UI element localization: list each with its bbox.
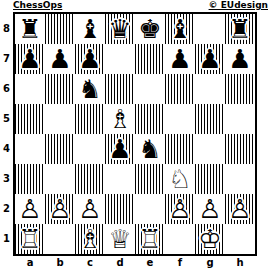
chess-board: ♜♜♝♝♛♛♚♚♝♝♜♜♟♟♟♟♟♟♟♟♟♟♟♟♞♞♝♗♟♟♞♞♞♘♟♙♟♙♟♙… <box>13 12 257 256</box>
square-c5[interactable] <box>75 104 105 134</box>
black-pawn-piece[interactable]: ♟ <box>225 44 255 74</box>
square-g6[interactable] <box>195 74 225 104</box>
square-e8[interactable]: ♚♚ <box>135 14 165 44</box>
piece-halo: ♟ <box>45 194 75 224</box>
square-h8[interactable]: ♜♜ <box>225 14 255 44</box>
square-a2[interactable]: ♟♙ <box>15 194 45 224</box>
white-bishop-piece[interactable]: ♗ <box>105 104 135 134</box>
black-pawn-piece[interactable]: ♟ <box>15 44 45 74</box>
black-bishop-piece[interactable]: ♝ <box>75 14 105 44</box>
square-h5[interactable] <box>225 104 255 134</box>
black-rook-piece[interactable]: ♜ <box>15 14 45 44</box>
square-b2[interactable]: ♟♙ <box>45 194 75 224</box>
white-pawn-piece[interactable]: ♙ <box>15 194 45 224</box>
square-f8[interactable]: ♝♝ <box>165 14 195 44</box>
piece-halo: ♛ <box>105 14 135 44</box>
square-f7[interactable]: ♟♟ <box>165 44 195 74</box>
square-e4[interactable]: ♞♞ <box>135 134 165 164</box>
black-queen-piece[interactable]: ♛ <box>105 14 135 44</box>
piece-halo: ♞ <box>165 164 195 194</box>
square-c6[interactable]: ♞♞ <box>75 74 105 104</box>
square-d1[interactable]: ♛♕ <box>105 224 135 254</box>
square-g2[interactable]: ♟♙ <box>195 194 225 224</box>
square-h7[interactable]: ♟♟ <box>225 44 255 74</box>
square-e6[interactable] <box>135 74 165 104</box>
square-h6[interactable] <box>225 74 255 104</box>
credit-link[interactable]: © EUdesign <box>209 0 268 11</box>
square-g7[interactable]: ♟♟ <box>195 44 225 74</box>
piece-halo: ♞ <box>135 134 165 164</box>
square-d7[interactable] <box>105 44 135 74</box>
file-label: f <box>165 256 195 270</box>
file-label: g <box>195 256 225 270</box>
square-h3[interactable] <box>225 164 255 194</box>
rank-label: 3 <box>0 164 13 194</box>
piece-halo: ♟ <box>195 44 225 74</box>
piece-halo: ♟ <box>75 194 105 224</box>
black-pawn-piece[interactable]: ♟ <box>195 44 225 74</box>
board-area: 87654321 ♜♜♝♝♛♛♚♚♝♝♜♜♟♟♟♟♟♟♟♟♟♟♟♟♞♞♝♗♟♟♞… <box>0 12 270 256</box>
black-knight-piece[interactable]: ♞ <box>75 74 105 104</box>
piece-halo: ♟ <box>15 194 45 224</box>
white-pawn-piece[interactable]: ♙ <box>45 194 75 224</box>
square-c7[interactable]: ♟♟ <box>75 44 105 74</box>
piece-halo: ♜ <box>225 14 255 44</box>
black-bishop-piece[interactable]: ♝ <box>165 14 195 44</box>
rank-label: 5 <box>0 104 13 134</box>
square-a5[interactable] <box>15 104 45 134</box>
piece-halo: ♜ <box>15 14 45 44</box>
rank-labels: 87654321 <box>0 14 13 254</box>
white-bishop-piece[interactable]: ♗ <box>75 224 105 254</box>
white-pawn-piece[interactable]: ♙ <box>225 194 255 224</box>
rank-label: 1 <box>0 224 13 254</box>
square-e2[interactable] <box>135 194 165 224</box>
white-pawn-piece[interactable]: ♙ <box>165 194 195 224</box>
square-d5[interactable]: ♝♗ <box>105 104 135 134</box>
square-a3[interactable] <box>15 164 45 194</box>
file-label: a <box>15 256 45 270</box>
piece-halo: ♟ <box>165 44 195 74</box>
square-e5[interactable] <box>135 104 165 134</box>
piece-halo: ♝ <box>75 14 105 44</box>
piece-halo: ♟ <box>105 134 135 164</box>
piece-halo: ♛ <box>105 224 135 254</box>
titlebar: ChessOps © EUdesign <box>0 0 270 12</box>
square-d6[interactable] <box>105 74 135 104</box>
square-b3[interactable] <box>45 164 75 194</box>
square-g8[interactable] <box>195 14 225 44</box>
rank-label: 8 <box>0 14 13 44</box>
square-f1[interactable] <box>165 224 195 254</box>
square-h1[interactable] <box>225 224 255 254</box>
square-f2[interactable]: ♟♙ <box>165 194 195 224</box>
square-e1[interactable]: ♜♖ <box>135 224 165 254</box>
black-rook-piece[interactable]: ♜ <box>225 14 255 44</box>
square-g4[interactable] <box>195 134 225 164</box>
file-label: d <box>105 256 135 270</box>
file-label: b <box>45 256 75 270</box>
square-d4[interactable]: ♟♟ <box>105 134 135 164</box>
square-h4[interactable] <box>225 134 255 164</box>
app-title-link[interactable]: ChessOps <box>13 0 62 11</box>
black-knight-piece[interactable]: ♞ <box>135 134 165 164</box>
piece-halo: ♞ <box>75 74 105 104</box>
square-b5[interactable] <box>45 104 75 134</box>
square-h2[interactable]: ♟♙ <box>225 194 255 224</box>
square-f5[interactable] <box>165 104 195 134</box>
square-d2[interactable] <box>105 194 135 224</box>
black-king-piece[interactable]: ♚ <box>135 14 165 44</box>
white-rook-piece[interactable]: ♖ <box>135 224 165 254</box>
square-a1[interactable]: ♜♖ <box>15 224 45 254</box>
square-f4[interactable] <box>165 134 195 164</box>
square-g5[interactable] <box>195 104 225 134</box>
file-label: e <box>135 256 165 270</box>
file-label: c <box>75 256 105 270</box>
square-c1[interactable]: ♝♗ <box>75 224 105 254</box>
piece-halo: ♝ <box>75 224 105 254</box>
piece-halo: ♟ <box>165 194 195 224</box>
piece-halo: ♟ <box>15 44 45 74</box>
black-pawn-piece[interactable]: ♟ <box>45 44 75 74</box>
piece-halo: ♜ <box>135 224 165 254</box>
piece-halo: ♝ <box>105 104 135 134</box>
square-b7[interactable]: ♟♟ <box>45 44 75 74</box>
black-pawn-piece[interactable]: ♟ <box>105 134 135 164</box>
square-e3[interactable] <box>135 164 165 194</box>
black-pawn-piece[interactable]: ♟ <box>165 44 195 74</box>
file-label: h <box>225 256 255 270</box>
square-a7[interactable]: ♟♟ <box>15 44 45 74</box>
rank-label: 4 <box>0 134 13 164</box>
square-b4[interactable] <box>45 134 75 164</box>
piece-halo: ♟ <box>225 44 255 74</box>
piece-halo: ♝ <box>165 14 195 44</box>
piece-halo: ♜ <box>15 224 45 254</box>
white-rook-piece[interactable]: ♖ <box>15 224 45 254</box>
square-e7[interactable] <box>135 44 165 74</box>
piece-halo: ♟ <box>195 194 225 224</box>
white-pawn-piece[interactable]: ♙ <box>195 194 225 224</box>
rank-label: 7 <box>0 44 13 74</box>
file-labels: abcdefgh <box>15 256 270 270</box>
piece-halo: ♟ <box>45 44 75 74</box>
white-pawn-piece[interactable]: ♙ <box>75 194 105 224</box>
square-b8[interactable] <box>45 14 75 44</box>
black-pawn-piece[interactable]: ♟ <box>75 44 105 74</box>
piece-halo: ♟ <box>225 194 255 224</box>
white-queen-piece[interactable]: ♕ <box>105 224 135 254</box>
square-c2[interactable]: ♟♙ <box>75 194 105 224</box>
piece-halo: ♟ <box>75 44 105 74</box>
square-c3[interactable] <box>75 164 105 194</box>
square-a8[interactable]: ♜♜ <box>15 14 45 44</box>
square-g1[interactable]: ♚♔ <box>195 224 225 254</box>
piece-halo: ♚ <box>135 14 165 44</box>
piece-halo: ♚ <box>195 224 225 254</box>
square-d3[interactable] <box>105 164 135 194</box>
square-a6[interactable] <box>15 74 45 104</box>
square-f3[interactable]: ♞♘ <box>165 164 195 194</box>
square-a4[interactable] <box>15 134 45 164</box>
white-knight-piece[interactable]: ♘ <box>165 164 195 194</box>
square-f6[interactable] <box>165 74 195 104</box>
square-g3[interactable] <box>195 164 225 194</box>
square-b1[interactable] <box>45 224 75 254</box>
rank-label: 2 <box>0 194 13 224</box>
square-d8[interactable]: ♛♛ <box>105 14 135 44</box>
white-king-piece[interactable]: ♔ <box>195 224 225 254</box>
square-b6[interactable] <box>45 74 75 104</box>
square-c8[interactable]: ♝♝ <box>75 14 105 44</box>
square-c4[interactable] <box>75 134 105 164</box>
rank-label: 6 <box>0 74 13 104</box>
